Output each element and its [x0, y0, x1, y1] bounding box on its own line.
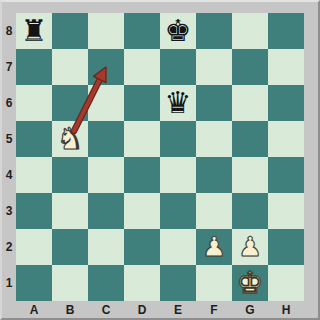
square-d3[interactable]	[124, 193, 160, 229]
square-d7[interactable]	[124, 49, 160, 85]
black-queen: ♛	[165, 85, 192, 121]
rank-label-8: 8	[2, 13, 16, 49]
square-c3[interactable]	[88, 193, 124, 229]
square-b1[interactable]	[52, 265, 88, 301]
file-label-d: D	[124, 301, 160, 318]
square-d1[interactable]	[124, 265, 160, 301]
square-d6[interactable]	[124, 85, 160, 121]
square-b8[interactable]	[52, 13, 88, 49]
square-f1[interactable]	[196, 265, 232, 301]
square-f5[interactable]	[196, 121, 232, 157]
square-h8[interactable]	[268, 13, 304, 49]
square-c6[interactable]	[88, 85, 124, 121]
square-h7[interactable]	[268, 49, 304, 85]
square-c5[interactable]	[88, 121, 124, 157]
black-king: ♚	[165, 13, 192, 49]
square-d4[interactable]	[124, 157, 160, 193]
square-d8[interactable]	[124, 13, 160, 49]
square-b6[interactable]	[52, 85, 88, 121]
rank-label-3: 3	[2, 193, 16, 229]
board: ♜♚♛♞♟♟♚	[16, 13, 304, 301]
square-e2[interactable]	[160, 229, 196, 265]
square-b7[interactable]	[52, 49, 88, 85]
white-king: ♚	[237, 265, 264, 301]
white-knight: ♞	[57, 121, 84, 157]
square-c8[interactable]	[88, 13, 124, 49]
square-b5[interactable]: ♞	[52, 121, 88, 157]
file-labels: ABCDEFGH	[16, 301, 304, 318]
square-a5[interactable]	[16, 121, 52, 157]
square-e3[interactable]	[160, 193, 196, 229]
square-a4[interactable]	[16, 157, 52, 193]
square-e1[interactable]	[160, 265, 196, 301]
square-a6[interactable]	[16, 85, 52, 121]
square-h3[interactable]	[268, 193, 304, 229]
file-label-g: G	[232, 301, 268, 318]
square-b4[interactable]	[52, 157, 88, 193]
square-g7[interactable]	[232, 49, 268, 85]
square-c1[interactable]	[88, 265, 124, 301]
square-a1[interactable]	[16, 265, 52, 301]
square-a8[interactable]: ♜	[16, 13, 52, 49]
square-d2[interactable]	[124, 229, 160, 265]
square-h4[interactable]	[268, 157, 304, 193]
rank-label-4: 4	[2, 157, 16, 193]
square-a7[interactable]	[16, 49, 52, 85]
square-f7[interactable]	[196, 49, 232, 85]
square-a2[interactable]	[16, 229, 52, 265]
square-e8[interactable]: ♚	[160, 13, 196, 49]
rank-label-7: 7	[2, 49, 16, 85]
rank-label-5: 5	[2, 121, 16, 157]
square-g6[interactable]	[232, 85, 268, 121]
rank-label-2: 2	[2, 229, 16, 265]
square-a3[interactable]	[16, 193, 52, 229]
square-c2[interactable]	[88, 229, 124, 265]
square-g8[interactable]	[232, 13, 268, 49]
file-label-c: C	[88, 301, 124, 318]
square-g5[interactable]	[232, 121, 268, 157]
square-h2[interactable]	[268, 229, 304, 265]
square-g3[interactable]	[232, 193, 268, 229]
square-b2[interactable]	[52, 229, 88, 265]
square-c7[interactable]	[88, 49, 124, 85]
rank-label-1: 1	[2, 265, 16, 301]
square-f8[interactable]	[196, 13, 232, 49]
square-h1[interactable]	[268, 265, 304, 301]
square-e6[interactable]: ♛	[160, 85, 196, 121]
square-c4[interactable]	[88, 157, 124, 193]
chess-diagram: 87654321 ♜♚♛♞♟♟♚ ABCDEFGH	[0, 0, 320, 320]
square-f6[interactable]	[196, 85, 232, 121]
black-rook: ♜	[21, 13, 48, 49]
file-label-a: A	[16, 301, 52, 318]
square-e4[interactable]	[160, 157, 196, 193]
square-g4[interactable]	[232, 157, 268, 193]
rank-labels: 87654321	[2, 13, 16, 301]
square-f4[interactable]	[196, 157, 232, 193]
square-d5[interactable]	[124, 121, 160, 157]
square-f3[interactable]	[196, 193, 232, 229]
rank-label-6: 6	[2, 85, 16, 121]
square-h6[interactable]	[268, 85, 304, 121]
file-label-f: F	[196, 301, 232, 318]
square-e7[interactable]	[160, 49, 196, 85]
file-label-b: B	[52, 301, 88, 318]
square-h5[interactable]	[268, 121, 304, 157]
white-pawn: ♟	[238, 229, 262, 265]
file-label-e: E	[160, 301, 196, 318]
square-g1[interactable]: ♚	[232, 265, 268, 301]
square-b3[interactable]	[52, 193, 88, 229]
square-f2[interactable]: ♟	[196, 229, 232, 265]
file-label-h: H	[268, 301, 304, 318]
square-g2[interactable]: ♟	[232, 229, 268, 265]
square-e5[interactable]	[160, 121, 196, 157]
white-pawn: ♟	[202, 229, 226, 265]
